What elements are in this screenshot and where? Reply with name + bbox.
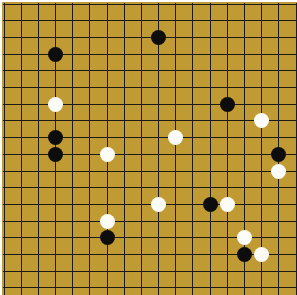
black-stone[interactable] [100, 230, 115, 245]
white-stone[interactable] [220, 197, 235, 212]
grid-line-vertical [38, 3, 39, 295]
grid-line-horizontal [3, 287, 297, 288]
black-stone[interactable] [48, 147, 63, 162]
go-board[interactable] [2, 2, 297, 295]
white-stone[interactable] [100, 147, 115, 162]
black-stone[interactable] [203, 197, 218, 212]
white-stone[interactable] [100, 214, 115, 229]
grid-line-horizontal [3, 120, 297, 121]
grid-line-horizontal [3, 171, 297, 172]
grid-line-vertical [296, 3, 297, 295]
black-stone[interactable] [151, 30, 166, 45]
black-stone[interactable] [271, 147, 286, 162]
grid-line-horizontal [3, 37, 297, 38]
black-stone[interactable] [48, 130, 63, 145]
white-stone[interactable] [254, 113, 269, 128]
grid-line-horizontal [3, 87, 297, 88]
white-stone[interactable] [271, 164, 286, 179]
grid-line-horizontal [3, 221, 297, 222]
black-stone[interactable] [48, 47, 63, 62]
white-stone[interactable] [168, 130, 183, 145]
black-stone[interactable] [220, 97, 235, 112]
grid-line-horizontal [3, 204, 297, 205]
grid-line-horizontal [3, 254, 297, 255]
grid-line-vertical [21, 3, 22, 295]
grid-line-horizontal [3, 271, 297, 272]
grid-line-horizontal [3, 20, 297, 21]
grid-line-vertical [227, 3, 228, 295]
grid-line-vertical [158, 3, 159, 295]
grid-line-vertical [72, 3, 73, 295]
white-stone[interactable] [151, 197, 166, 212]
grid-line-horizontal [3, 70, 297, 71]
go-board-screenshot [0, 0, 297, 295]
grid-line-horizontal [3, 4, 297, 5]
grid-line-vertical [175, 3, 176, 295]
white-stone[interactable] [48, 97, 63, 112]
black-stone[interactable] [237, 247, 252, 262]
grid-line-horizontal [3, 187, 297, 188]
grid-line-vertical [192, 3, 193, 295]
grid-line-vertical [89, 3, 90, 295]
white-stone[interactable] [254, 247, 269, 262]
grid-line-horizontal [3, 237, 297, 238]
grid-line-vertical [124, 3, 125, 295]
grid-line-vertical [141, 3, 142, 295]
grid-line-vertical [4, 3, 5, 295]
white-stone[interactable] [237, 230, 252, 245]
grid-line-vertical [210, 3, 211, 295]
